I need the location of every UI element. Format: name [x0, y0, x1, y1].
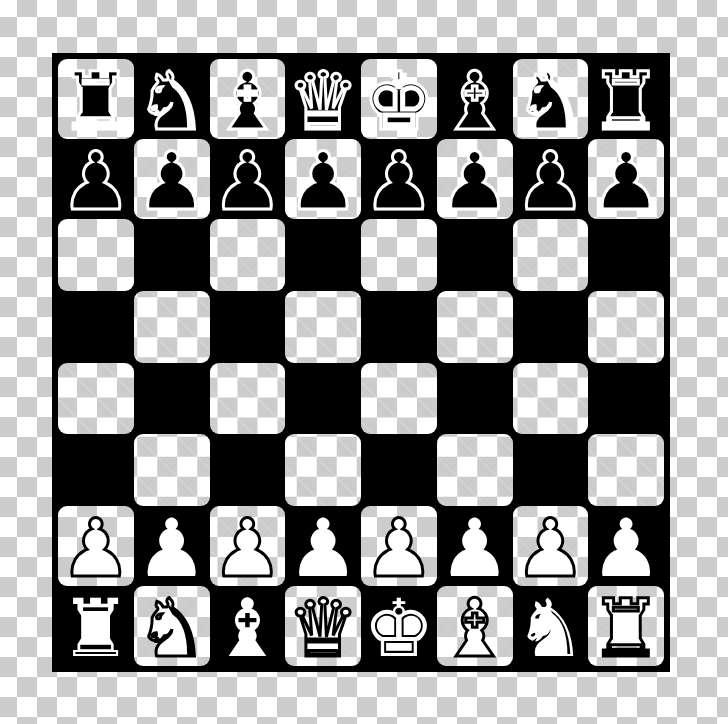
black-pawn-piece: ♟	[287, 142, 359, 222]
square-g7[interactable]: ♟	[513, 139, 589, 219]
square-a5[interactable]	[58, 291, 134, 363]
white-pawn-piece: ♟	[590, 509, 662, 589]
square-g6[interactable]	[513, 219, 589, 291]
square-d4[interactable]	[285, 363, 361, 435]
square-a1[interactable]: ♜	[58, 586, 134, 666]
square-g2[interactable]: ♟	[513, 506, 589, 586]
square-e2[interactable]: ♟	[361, 506, 437, 586]
square-h2[interactable]: ♟	[588, 506, 664, 586]
white-pawn-piece: ♟	[287, 509, 359, 589]
white-queen-piece: ♛	[287, 589, 359, 669]
square-e5[interactable]	[361, 291, 437, 363]
square-h4[interactable]	[588, 363, 664, 435]
black-knight-piece: ♞	[136, 62, 208, 142]
white-knight-piece: ♞	[515, 589, 587, 669]
square-g4[interactable]	[513, 363, 589, 435]
square-h5[interactable]	[588, 291, 664, 363]
black-king-piece: ♚	[363, 62, 435, 142]
square-b3[interactable]	[134, 434, 210, 506]
white-pawn-piece: ♟	[363, 509, 435, 589]
white-pawn-piece: ♟	[515, 509, 587, 589]
black-pawn-piece: ♟	[439, 142, 511, 222]
square-c2[interactable]: ♟	[210, 506, 286, 586]
square-f6[interactable]	[437, 219, 513, 291]
square-h8[interactable]: ♜	[588, 59, 664, 139]
black-pawn-piece: ♟	[590, 142, 662, 222]
square-b4[interactable]	[134, 363, 210, 435]
black-queen-piece: ♛	[287, 62, 359, 142]
black-pawn-piece: ♟	[363, 142, 435, 222]
square-d2[interactable]: ♟	[285, 506, 361, 586]
square-a7[interactable]: ♟	[58, 139, 134, 219]
black-bishop-piece: ♝	[439, 62, 511, 142]
white-bishop-piece: ♝	[212, 589, 284, 669]
square-f8[interactable]: ♝	[437, 59, 513, 139]
square-b6[interactable]	[134, 219, 210, 291]
square-f1[interactable]: ♝	[437, 586, 513, 666]
square-d6[interactable]	[285, 219, 361, 291]
square-f5[interactable]	[437, 291, 513, 363]
white-knight-piece: ♞	[136, 589, 208, 669]
square-b7[interactable]: ♟	[134, 139, 210, 219]
white-pawn-piece: ♟	[136, 509, 208, 589]
square-a2[interactable]: ♟	[58, 506, 134, 586]
square-c3[interactable]	[210, 434, 286, 506]
square-d5[interactable]	[285, 291, 361, 363]
black-pawn-piece: ♟	[212, 142, 284, 222]
square-c1[interactable]: ♝	[210, 586, 286, 666]
square-b5[interactable]	[134, 291, 210, 363]
white-pawn-piece: ♟	[60, 509, 132, 589]
white-rook-piece: ♜	[590, 589, 662, 669]
square-c5[interactable]	[210, 291, 286, 363]
black-pawn-piece: ♟	[136, 142, 208, 222]
square-e3[interactable]	[361, 434, 437, 506]
white-rook-piece: ♜	[60, 589, 132, 669]
square-g3[interactable]	[513, 434, 589, 506]
white-pawn-piece: ♟	[439, 509, 511, 589]
square-d7[interactable]: ♟	[285, 139, 361, 219]
square-e7[interactable]: ♟	[361, 139, 437, 219]
square-f4[interactable]	[437, 363, 513, 435]
black-pawn-piece: ♟	[515, 142, 587, 222]
square-f3[interactable]	[437, 434, 513, 506]
chessboard: ♜♞♝♛♚♝♞♜♟♟♟♟♟♟♟♟♟♟♟♟♟♟♟♟♜♞♝♛♚♝♞♜	[52, 53, 670, 672]
square-b2[interactable]: ♟	[134, 506, 210, 586]
square-c7[interactable]: ♟	[210, 139, 286, 219]
black-knight-piece: ♞	[515, 62, 587, 142]
white-bishop-piece: ♝	[439, 589, 511, 669]
square-e8[interactable]: ♚	[361, 59, 437, 139]
black-rook-piece: ♜	[590, 62, 662, 142]
black-bishop-piece: ♝	[212, 62, 284, 142]
square-d3[interactable]	[285, 434, 361, 506]
square-e6[interactable]	[361, 219, 437, 291]
white-king-piece: ♚	[363, 589, 435, 669]
square-h7[interactable]: ♟	[588, 139, 664, 219]
square-h6[interactable]	[588, 219, 664, 291]
square-e1[interactable]: ♚	[361, 586, 437, 666]
square-f2[interactable]: ♟	[437, 506, 513, 586]
square-e4[interactable]	[361, 363, 437, 435]
black-rook-piece: ♜	[60, 62, 132, 142]
square-a3[interactable]	[58, 434, 134, 506]
square-b8[interactable]: ♞	[134, 59, 210, 139]
square-d1[interactable]: ♛	[285, 586, 361, 666]
white-pawn-piece: ♟	[212, 509, 284, 589]
square-c4[interactable]	[210, 363, 286, 435]
square-g5[interactable]	[513, 291, 589, 363]
square-a6[interactable]	[58, 219, 134, 291]
square-a4[interactable]	[58, 363, 134, 435]
square-b1[interactable]: ♞	[134, 586, 210, 666]
black-pawn-piece: ♟	[60, 142, 132, 222]
transparent-canvas: ♜♞♝♛♚♝♞♜♟♟♟♟♟♟♟♟♟♟♟♟♟♟♟♟♜♞♝♛♚♝♞♜	[0, 0, 728, 724]
square-a8[interactable]: ♜	[58, 59, 134, 139]
square-c6[interactable]	[210, 219, 286, 291]
square-g1[interactable]: ♞	[513, 586, 589, 666]
square-h3[interactable]	[588, 434, 664, 506]
square-h1[interactable]: ♜	[588, 586, 664, 666]
square-d8[interactable]: ♛	[285, 59, 361, 139]
square-c8[interactable]: ♝	[210, 59, 286, 139]
square-g8[interactable]: ♞	[513, 59, 589, 139]
square-f7[interactable]: ♟	[437, 139, 513, 219]
